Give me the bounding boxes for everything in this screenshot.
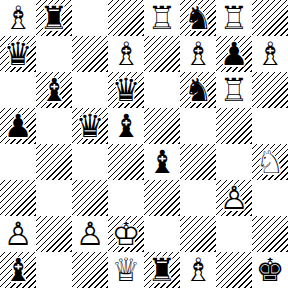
black-queen-icon: ♛ <box>0 36 36 72</box>
square-d5[interactable]: ♝♝ <box>108 108 144 144</box>
square-h5[interactable] <box>252 108 288 144</box>
square-a2[interactable]: ♟♙ <box>0 216 36 252</box>
square-c6[interactable] <box>72 72 108 108</box>
square-g4[interactable] <box>216 144 252 180</box>
square-g7[interactable]: ♟♟ <box>216 36 252 72</box>
white-bishop-icon: ♗ <box>108 36 144 72</box>
white-pawn-icon: ♙ <box>72 216 108 252</box>
white-bishop-icon: ♗ <box>0 0 36 36</box>
square-g8[interactable]: ♜♖ <box>216 0 252 36</box>
square-h7[interactable]: ♝♗ <box>252 36 288 72</box>
square-f5[interactable] <box>180 108 216 144</box>
square-b6[interactable]: ♝♝ <box>36 72 72 108</box>
white-pawn-icon: ♙ <box>216 180 252 216</box>
square-b3[interactable] <box>36 180 72 216</box>
square-c5[interactable]: ♛♛ <box>72 108 108 144</box>
white-bishop-icon: ♗ <box>252 36 288 72</box>
white-bishop-icon: ♗ <box>180 252 216 288</box>
square-b2[interactable] <box>36 216 72 252</box>
square-f6[interactable]: ♞♞ <box>180 72 216 108</box>
piece-black-king[interactable]: ♚♚ <box>252 252 288 288</box>
square-f2[interactable] <box>180 216 216 252</box>
black-bishop-icon: ♝ <box>108 108 144 144</box>
square-g5[interactable] <box>216 108 252 144</box>
piece-black-bishop[interactable]: ♝♝ <box>144 144 180 180</box>
white-queen-icon: ♕ <box>108 252 144 288</box>
piece-black-bishop[interactable]: ♝♝ <box>36 72 72 108</box>
white-knight-icon: ♘ <box>252 144 288 180</box>
square-e7[interactable] <box>144 36 180 72</box>
piece-black-pawn[interactable]: ♟♟ <box>216 36 252 72</box>
square-d4[interactable] <box>108 144 144 180</box>
white-pawn-icon: ♙ <box>0 216 36 252</box>
piece-black-rook[interactable]: ♜♜ <box>36 0 72 36</box>
square-a7[interactable]: ♛♛ <box>0 36 36 72</box>
piece-white-bishop[interactable]: ♝♗ <box>108 36 144 72</box>
square-a3[interactable] <box>0 180 36 216</box>
square-d3[interactable] <box>108 180 144 216</box>
square-g6[interactable]: ♜♖ <box>216 72 252 108</box>
square-g1[interactable] <box>216 252 252 288</box>
square-d2[interactable]: ♚♔ <box>108 216 144 252</box>
piece-white-rook[interactable]: ♜♖ <box>216 0 252 36</box>
square-c7[interactable] <box>72 36 108 72</box>
square-d8[interactable] <box>108 0 144 36</box>
square-e5[interactable] <box>144 108 180 144</box>
piece-black-knight[interactable]: ♞♞ <box>180 0 216 36</box>
square-h8[interactable] <box>252 0 288 36</box>
square-d6[interactable]: ♛♛ <box>108 72 144 108</box>
square-h6[interactable] <box>252 72 288 108</box>
black-queen-icon: ♛ <box>108 72 144 108</box>
piece-white-bishop[interactable]: ♝♗ <box>180 36 216 72</box>
piece-black-queen[interactable]: ♛♛ <box>72 108 108 144</box>
square-f7[interactable]: ♝♗ <box>180 36 216 72</box>
black-bishop-icon: ♝ <box>0 252 36 288</box>
piece-white-queen[interactable]: ♛♕ <box>108 252 144 288</box>
black-pawn-icon: ♟ <box>216 36 252 72</box>
piece-white-pawn[interactable]: ♟♙ <box>0 216 36 252</box>
square-b4[interactable] <box>36 144 72 180</box>
square-a5[interactable]: ♟♟ <box>0 108 36 144</box>
square-e2[interactable] <box>144 216 180 252</box>
white-bishop-icon: ♗ <box>180 36 216 72</box>
black-pawn-icon: ♟ <box>0 108 36 144</box>
square-c8[interactable] <box>72 0 108 36</box>
piece-white-pawn[interactable]: ♟♙ <box>216 180 252 216</box>
black-bishop-icon: ♝ <box>144 144 180 180</box>
square-b1[interactable] <box>36 252 72 288</box>
square-e1[interactable]: ♜♜ <box>144 252 180 288</box>
square-d1[interactable]: ♛♕ <box>108 252 144 288</box>
square-h4[interactable]: ♞♘ <box>252 144 288 180</box>
piece-white-bishop[interactable]: ♝♗ <box>0 0 36 36</box>
square-h1[interactable]: ♚♚ <box>252 252 288 288</box>
square-f8[interactable]: ♞♞ <box>180 0 216 36</box>
black-rook-icon: ♜ <box>144 252 180 288</box>
square-h2[interactable] <box>252 216 288 252</box>
black-knight-icon: ♞ <box>180 72 216 108</box>
square-b7[interactable] <box>36 36 72 72</box>
piece-black-knight[interactable]: ♞♞ <box>180 72 216 108</box>
piece-white-rook[interactable]: ♜♖ <box>144 0 180 36</box>
chess-board: ♝♗♜♜♜♖♞♞♜♖♛♛♝♗♝♗♟♟♝♗♝♝♛♛♞♞♜♖♟♟♛♛♝♝♝♝♞♘♟♙… <box>0 0 288 288</box>
white-rook-icon: ♖ <box>216 0 252 36</box>
piece-black-queen[interactable]: ♛♛ <box>108 72 144 108</box>
square-f3[interactable] <box>180 180 216 216</box>
square-c2[interactable]: ♟♙ <box>72 216 108 252</box>
piece-black-pawn[interactable]: ♟♟ <box>0 108 36 144</box>
black-king-icon: ♚ <box>252 252 288 288</box>
black-bishop-icon: ♝ <box>36 72 72 108</box>
black-knight-icon: ♞ <box>180 0 216 36</box>
square-c1[interactable] <box>72 252 108 288</box>
square-g3[interactable]: ♟♙ <box>216 180 252 216</box>
square-d7[interactable]: ♝♗ <box>108 36 144 72</box>
square-f1[interactable]: ♝♗ <box>180 252 216 288</box>
square-a6[interactable] <box>0 72 36 108</box>
piece-black-bishop[interactable]: ♝♝ <box>108 108 144 144</box>
black-rook-icon: ♜ <box>36 0 72 36</box>
square-a4[interactable] <box>0 144 36 180</box>
piece-black-queen[interactable]: ♛♛ <box>0 36 36 72</box>
square-e6[interactable] <box>144 72 180 108</box>
piece-black-bishop[interactable]: ♝♝ <box>0 252 36 288</box>
piece-white-knight[interactable]: ♞♘ <box>252 144 288 180</box>
square-e3[interactable] <box>144 180 180 216</box>
square-b8[interactable]: ♜♜ <box>36 0 72 36</box>
white-rook-icon: ♖ <box>216 72 252 108</box>
white-rook-icon: ♖ <box>144 0 180 36</box>
piece-black-rook[interactable]: ♜♜ <box>144 252 180 288</box>
square-f4[interactable] <box>180 144 216 180</box>
piece-white-bishop[interactable]: ♝♗ <box>180 252 216 288</box>
white-king-icon: ♔ <box>108 216 144 252</box>
piece-white-bishop[interactable]: ♝♗ <box>252 36 288 72</box>
square-h3[interactable] <box>252 180 288 216</box>
square-a1[interactable]: ♝♝ <box>0 252 36 288</box>
piece-white-king[interactable]: ♚♔ <box>108 216 144 252</box>
square-c4[interactable] <box>72 144 108 180</box>
square-e4[interactable]: ♝♝ <box>144 144 180 180</box>
square-e8[interactable]: ♜♖ <box>144 0 180 36</box>
piece-white-rook[interactable]: ♜♖ <box>216 72 252 108</box>
square-c3[interactable] <box>72 180 108 216</box>
square-a8[interactable]: ♝♗ <box>0 0 36 36</box>
piece-white-pawn[interactable]: ♟♙ <box>72 216 108 252</box>
square-g2[interactable] <box>216 216 252 252</box>
square-b5[interactable] <box>36 108 72 144</box>
black-queen-icon: ♛ <box>72 108 108 144</box>
